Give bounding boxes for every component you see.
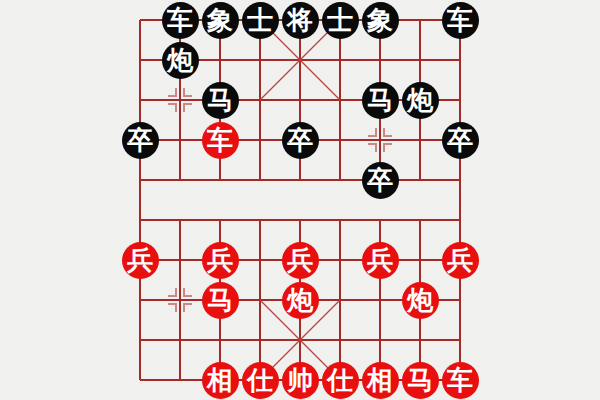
red-cannon[interactable]: 炮 [402, 282, 439, 319]
black-soldier[interactable]: 卒 [282, 122, 319, 159]
board-intersections-grid[interactable]: 车象士将士象车炮马马炮卒车卒卒卒兵兵兵兵兵马炮炮相仕帅仕相马车 [120, 0, 480, 400]
black-advisor[interactable]: 士 [242, 2, 279, 39]
black-soldier[interactable]: 卒 [442, 122, 479, 159]
black-horse[interactable]: 马 [202, 82, 239, 119]
black-chariot[interactable]: 车 [442, 2, 479, 39]
black-cannon[interactable]: 炮 [402, 82, 439, 119]
red-general[interactable]: 帅 [282, 362, 319, 399]
black-elephant[interactable]: 象 [202, 2, 239, 39]
black-advisor[interactable]: 士 [322, 2, 359, 39]
red-soldier[interactable]: 兵 [282, 242, 319, 279]
black-chariot[interactable]: 车 [162, 2, 199, 39]
red-elephant[interactable]: 相 [202, 362, 239, 399]
red-horse[interactable]: 马 [202, 282, 239, 319]
red-soldier[interactable]: 兵 [362, 242, 399, 279]
red-advisor[interactable]: 仕 [242, 362, 279, 399]
black-soldier[interactable]: 卒 [362, 162, 399, 199]
red-soldier[interactable]: 兵 [122, 242, 159, 279]
red-horse[interactable]: 马 [402, 362, 439, 399]
red-cannon[interactable]: 炮 [282, 282, 319, 319]
xiangqi-board: 车象士将士象车炮马马炮卒车卒卒卒兵兵兵兵兵马炮炮相仕帅仕相马车 [0, 0, 600, 400]
red-advisor[interactable]: 仕 [322, 362, 359, 399]
black-elephant[interactable]: 象 [362, 2, 399, 39]
black-horse[interactable]: 马 [362, 82, 399, 119]
red-soldier[interactable]: 兵 [202, 242, 239, 279]
red-soldier[interactable]: 兵 [442, 242, 479, 279]
black-soldier[interactable]: 卒 [122, 122, 159, 159]
black-general[interactable]: 将 [282, 2, 319, 39]
red-chariot[interactable]: 车 [442, 362, 479, 399]
black-cannon[interactable]: 炮 [162, 42, 199, 79]
red-chariot[interactable]: 车 [202, 122, 239, 159]
red-elephant[interactable]: 相 [362, 362, 399, 399]
